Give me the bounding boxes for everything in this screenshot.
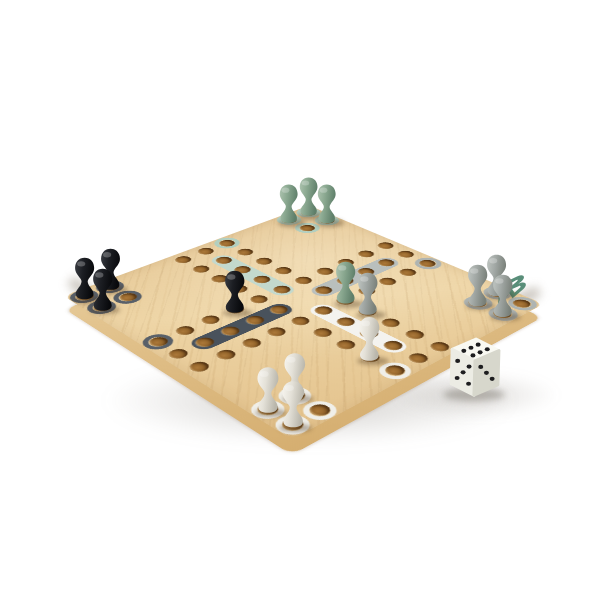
die-pip	[461, 370, 466, 374]
die-pip	[478, 350, 483, 354]
peg-gray-3[interactable]	[489, 270, 517, 321]
pieces-layer	[0, 0, 610, 610]
peg-green-2[interactable]	[314, 180, 339, 227]
die-pip	[490, 377, 495, 381]
die-pip	[467, 365, 472, 369]
product-photo-scene: { "game": "ludo", "players": ["green", "…	[0, 0, 610, 610]
peg-green-3[interactable]	[276, 180, 301, 227]
peg-white-3[interactable]	[278, 376, 308, 432]
die-pip	[485, 347, 490, 351]
die-pip	[478, 365, 483, 369]
die-pip	[455, 359, 460, 363]
die[interactable]	[446, 335, 502, 399]
die-pip	[484, 371, 489, 375]
die-pip	[468, 346, 473, 350]
die-pip	[461, 349, 466, 353]
peg-black-3[interactable]	[89, 264, 116, 315]
peg-black-4[interactable]	[221, 266, 249, 317]
die-pip	[455, 376, 460, 380]
die-pip	[470, 353, 475, 357]
peg-white-4[interactable]	[355, 312, 384, 365]
die-pip	[476, 343, 481, 347]
peg-gray-2[interactable]	[464, 260, 491, 311]
die-pip	[466, 382, 471, 386]
